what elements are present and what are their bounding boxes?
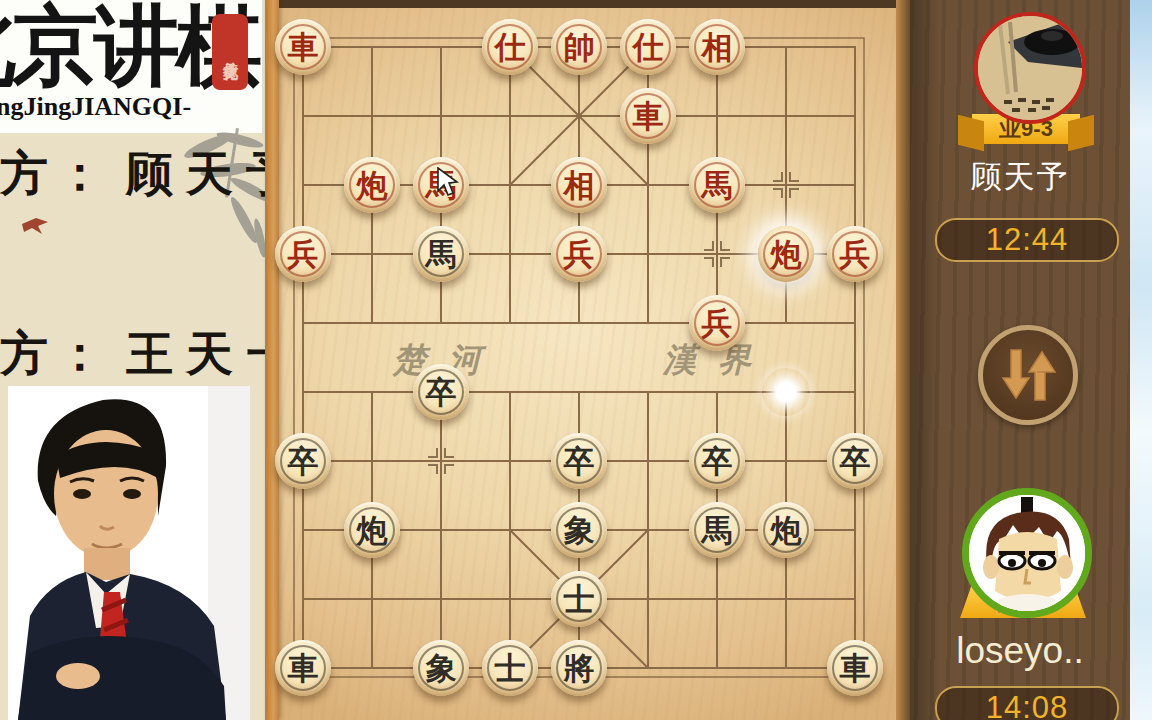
piece-glyph: 帥 — [564, 32, 595, 63]
top-player-clock: 12:44 — [935, 218, 1119, 262]
piece-red-炮[interactable]: 炮 — [758, 226, 814, 282]
mouse-cursor — [436, 167, 460, 197]
piece-black-士[interactable]: 士 — [551, 571, 607, 627]
point-marker — [703, 240, 731, 268]
piece-glyph: 車 — [288, 653, 319, 684]
bottom-player-time-text: 14:08 — [986, 690, 1069, 720]
piece-glyph: 炮 — [357, 170, 388, 201]
app-window: 北京讲棋 ngJingJIANGQI- 传承文化 方：顾天予 方：王天一 — [0, 0, 1152, 720]
piece-glyph: 卒 — [288, 446, 319, 477]
piece-glyph: 卒 — [564, 446, 595, 477]
piece-red-兵[interactable]: 兵 — [827, 226, 883, 282]
piece-glyph: 兵 — [288, 239, 319, 270]
bottom-player-name: loseyo.. — [910, 630, 1130, 672]
last-move-origin-marker — [762, 368, 810, 416]
piece-red-兵[interactable]: 兵 — [689, 295, 745, 351]
piece-black-卒[interactable]: 卒 — [413, 364, 469, 420]
piece-red-相[interactable]: 相 — [689, 19, 745, 75]
piece-glyph: 兵 — [564, 239, 595, 270]
piece-glyph: 馬 — [702, 170, 733, 201]
piece-glyph: 將 — [564, 653, 595, 684]
commentator-photo — [8, 386, 250, 720]
flip-board-button[interactable] — [978, 325, 1078, 425]
piece-red-帥[interactable]: 帥 — [551, 19, 607, 75]
piece-red-車[interactable]: 車 — [275, 19, 331, 75]
logo-block: 北京讲棋 ngJingJIANGQI- 传承文化 — [0, 0, 262, 133]
piece-black-馬[interactable]: 馬 — [689, 502, 745, 558]
bottom-player-avatar[interactable] — [962, 488, 1092, 618]
piece-black-馬[interactable]: 馬 — [413, 226, 469, 282]
black-side-prefix: 方： — [0, 327, 112, 380]
bird-painting — [18, 212, 52, 238]
player-sidebar: 业9-3 顾天予 12:44 神1-2 — [910, 0, 1130, 720]
piece-glyph: 卒 — [426, 377, 457, 408]
piece-glyph: 馬 — [702, 515, 733, 546]
piece-black-車[interactable]: 車 — [827, 640, 883, 696]
red-side-prefix: 方： — [0, 147, 112, 200]
piece-black-卒[interactable]: 卒 — [275, 433, 331, 489]
piece-glyph: 相 — [702, 32, 733, 63]
xiangqi-board[interactable]: 楚河 漢界 車仕帥仕相車炮馬相馬兵兵炮兵兵馬卒卒卒卒卒炮象馬炮士車象士將車 — [265, 0, 910, 720]
top-player-name: 顾天予 — [910, 156, 1130, 198]
piece-glyph: 炮 — [771, 515, 802, 546]
piece-black-象[interactable]: 象 — [413, 640, 469, 696]
piece-glyph: 象 — [564, 515, 595, 546]
piece-glyph: 車 — [840, 653, 871, 684]
background-sky-strip — [1130, 0, 1152, 720]
top-player-avatar[interactable] — [974, 12, 1086, 124]
piece-red-仕[interactable]: 仕 — [620, 19, 676, 75]
piece-glyph: 馬 — [426, 239, 457, 270]
piece-glyph: 車 — [633, 101, 664, 132]
piece-glyph: 車 — [288, 32, 319, 63]
piece-red-車[interactable]: 車 — [620, 88, 676, 144]
piece-black-炮[interactable]: 炮 — [344, 502, 400, 558]
piece-black-卒[interactable]: 卒 — [689, 433, 745, 489]
piece-glyph: 兵 — [840, 239, 871, 270]
piece-glyph: 士 — [564, 584, 595, 615]
piece-red-馬[interactable]: 馬 — [689, 157, 745, 213]
seal-stamp: 传承文化 — [212, 14, 248, 90]
piece-red-炮[interactable]: 炮 — [344, 157, 400, 213]
piece-glyph: 仕 — [633, 32, 664, 63]
piece-glyph: 象 — [426, 653, 457, 684]
piece-glyph: 炮 — [357, 515, 388, 546]
piece-black-士[interactable]: 士 — [482, 640, 538, 696]
point-marker — [772, 171, 800, 199]
piece-black-炮[interactable]: 炮 — [758, 502, 814, 558]
piece-glyph: 炮 — [771, 239, 802, 270]
piece-glyph: 士 — [495, 653, 526, 684]
red-player-caption: 方：顾天予 — [0, 142, 265, 206]
piece-glyph: 兵 — [702, 308, 733, 339]
piece-glyph: 仕 — [495, 32, 526, 63]
piece-black-將[interactable]: 將 — [551, 640, 607, 696]
piece-black-卒[interactable]: 卒 — [827, 433, 883, 489]
piece-red-兵[interactable]: 兵 — [275, 226, 331, 282]
piece-black-卒[interactable]: 卒 — [551, 433, 607, 489]
piece-red-兵[interactable]: 兵 — [551, 226, 607, 282]
left-info-panel: 北京讲棋 ngJingJIANGQI- 传承文化 方：顾天予 方：王天一 — [0, 0, 265, 720]
piece-glyph: 相 — [564, 170, 595, 201]
piece-glyph: 卒 — [702, 446, 733, 477]
point-marker — [427, 447, 455, 475]
piece-glyph: 卒 — [840, 446, 871, 477]
piece-red-相[interactable]: 相 — [551, 157, 607, 213]
black-player-caption: 方：王天一 — [0, 322, 265, 386]
piece-black-車[interactable]: 車 — [275, 640, 331, 696]
logo-subtitle: ngJingJIANGQI- — [0, 92, 191, 122]
piece-black-象[interactable]: 象 — [551, 502, 607, 558]
top-player-time-text: 12:44 — [986, 222, 1069, 258]
seal-text: 传承文化 — [221, 50, 240, 54]
bottom-player-clock: 14:08 — [935, 686, 1119, 720]
piece-red-仕[interactable]: 仕 — [482, 19, 538, 75]
swap-arrows-icon — [997, 346, 1059, 404]
